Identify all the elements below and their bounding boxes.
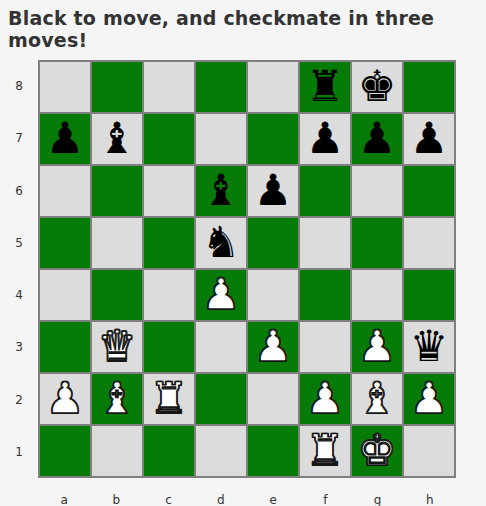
square-e7[interactable]	[248, 114, 298, 164]
square-e5[interactable]	[248, 218, 298, 268]
square-a3[interactable]	[40, 322, 90, 372]
black-king-piece: ♚	[358, 65, 397, 108]
rank-label-1: 1	[0, 426, 38, 478]
square-h6[interactable]	[404, 166, 454, 216]
square-h3[interactable]: ♛	[404, 322, 454, 372]
black-pawn-piece: ♟	[410, 117, 449, 160]
black-pawn-piece: ♟	[306, 117, 345, 160]
puzzle-title: Black to move, and checkmate in three mo…	[0, 0, 486, 51]
square-d5[interactable]: ♞	[196, 218, 246, 268]
square-a6[interactable]	[40, 166, 90, 216]
square-b6[interactable]	[92, 166, 142, 216]
square-f1[interactable]: ♜	[300, 426, 350, 476]
file-label-f: f	[299, 478, 351, 506]
square-f7[interactable]: ♟	[300, 114, 350, 164]
black-knight-piece: ♞	[202, 221, 241, 264]
square-d6[interactable]: ♝	[196, 166, 246, 216]
square-f2[interactable]: ♟	[300, 374, 350, 424]
square-c2[interactable]: ♜	[144, 374, 194, 424]
square-e3[interactable]: ♟	[248, 322, 298, 372]
square-c4[interactable]	[144, 270, 194, 320]
square-d4[interactable]: ♟	[196, 270, 246, 320]
square-g4[interactable]	[352, 270, 402, 320]
square-g8[interactable]: ♚	[352, 62, 402, 112]
square-b5[interactable]	[92, 218, 142, 268]
rank-label-3: 3	[0, 321, 38, 373]
square-e4[interactable]	[248, 270, 298, 320]
square-h2[interactable]: ♟	[404, 374, 454, 424]
white-bishop-piece: ♝	[358, 377, 397, 420]
rank-label-4: 4	[0, 269, 38, 321]
square-h8[interactable]	[404, 62, 454, 112]
square-h4[interactable]	[404, 270, 454, 320]
white-pawn-piece: ♟	[46, 377, 85, 420]
square-g5[interactable]	[352, 218, 402, 268]
square-f8[interactable]: ♜	[300, 62, 350, 112]
square-b2[interactable]: ♝	[92, 374, 142, 424]
black-pawn-piece: ♟	[46, 117, 85, 160]
black-queen-piece: ♛	[410, 325, 449, 368]
square-e2[interactable]	[248, 374, 298, 424]
rank-label-8: 8	[0, 60, 38, 112]
file-label-c: c	[143, 478, 195, 506]
square-g7[interactable]: ♟	[352, 114, 402, 164]
square-b8[interactable]	[92, 62, 142, 112]
square-b4[interactable]	[92, 270, 142, 320]
square-d8[interactable]	[196, 62, 246, 112]
file-label-e: e	[247, 478, 299, 506]
white-pawn-piece: ♟	[306, 377, 345, 420]
square-h7[interactable]: ♟	[404, 114, 454, 164]
square-c6[interactable]	[144, 166, 194, 216]
square-a5[interactable]	[40, 218, 90, 268]
rank-label-7: 7	[0, 112, 38, 164]
square-b3[interactable]: ♛	[92, 322, 142, 372]
rank-label-2: 2	[0, 374, 38, 426]
white-pawn-piece: ♟	[202, 273, 241, 316]
square-g6[interactable]	[352, 166, 402, 216]
square-g2[interactable]: ♝	[352, 374, 402, 424]
square-f4[interactable]	[300, 270, 350, 320]
file-label-h: h	[404, 478, 456, 506]
black-rook-piece: ♜	[306, 65, 345, 108]
square-a4[interactable]	[40, 270, 90, 320]
square-b1[interactable]	[92, 426, 142, 476]
square-d1[interactable]	[196, 426, 246, 476]
white-rook-piece: ♜	[150, 377, 189, 420]
black-pawn-piece: ♟	[358, 117, 397, 160]
square-d7[interactable]	[196, 114, 246, 164]
square-f3[interactable]	[300, 322, 350, 372]
square-a2[interactable]: ♟	[40, 374, 90, 424]
square-b7[interactable]: ♝	[92, 114, 142, 164]
rank-label-6: 6	[0, 165, 38, 217]
square-c7[interactable]	[144, 114, 194, 164]
square-e8[interactable]	[248, 62, 298, 112]
board-area: 87654321 ♜♚♟♝♟♟♟♝♟♞♟♛♟♟♛♟♝♜♟♝♟♜♚	[0, 60, 486, 478]
white-bishop-piece: ♝	[98, 377, 137, 420]
file-label-d: d	[195, 478, 247, 506]
black-bishop-piece: ♝	[202, 169, 241, 212]
square-c1[interactable]	[144, 426, 194, 476]
black-bishop-piece: ♝	[98, 117, 137, 160]
square-g1[interactable]: ♚	[352, 426, 402, 476]
file-label-b: b	[90, 478, 142, 506]
white-pawn-piece: ♟	[254, 325, 293, 368]
square-c5[interactable]	[144, 218, 194, 268]
white-rook-piece: ♜	[306, 429, 345, 472]
square-e6[interactable]: ♟	[248, 166, 298, 216]
white-pawn-piece: ♟	[410, 377, 449, 420]
square-a1[interactable]	[40, 426, 90, 476]
square-d2[interactable]	[196, 374, 246, 424]
black-pawn-piece: ♟	[254, 169, 293, 212]
square-f6[interactable]	[300, 166, 350, 216]
square-h5[interactable]	[404, 218, 454, 268]
white-king-piece: ♚	[358, 429, 397, 472]
square-c8[interactable]	[144, 62, 194, 112]
square-f5[interactable]	[300, 218, 350, 268]
square-c3[interactable]	[144, 322, 194, 372]
square-e1[interactable]	[248, 426, 298, 476]
square-a8[interactable]	[40, 62, 90, 112]
rank-label-5: 5	[0, 217, 38, 269]
white-queen-piece: ♛	[98, 325, 137, 368]
file-label-g: g	[352, 478, 404, 506]
white-pawn-piece: ♟	[358, 325, 397, 368]
square-a7[interactable]: ♟	[40, 114, 90, 164]
file-labels: abcdefgh	[38, 478, 456, 506]
square-h1[interactable]	[404, 426, 454, 476]
chess-board: ♜♚♟♝♟♟♟♝♟♞♟♛♟♟♛♟♝♜♟♝♟♜♚	[38, 60, 456, 478]
square-d3[interactable]	[196, 322, 246, 372]
rank-labels: 87654321	[0, 60, 38, 478]
file-label-a: a	[38, 478, 90, 506]
square-g3[interactable]: ♟	[352, 322, 402, 372]
